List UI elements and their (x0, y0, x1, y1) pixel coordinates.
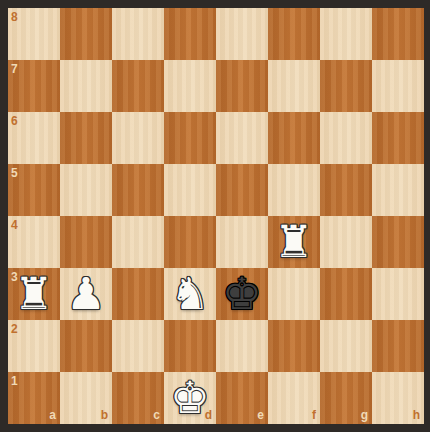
square-e2[interactable] (216, 320, 268, 372)
chess-board: 87654♜3♜♟♞♚21abcd♚efgh (8, 8, 424, 424)
file-label-a: a (49, 409, 56, 421)
square-h4[interactable] (372, 216, 424, 268)
white-pawn-b3[interactable]: ♟ (60, 268, 112, 320)
square-g8[interactable] (320, 8, 372, 60)
file-label-c: c (153, 409, 160, 421)
square-d3[interactable]: ♞ (164, 268, 216, 320)
square-g7[interactable] (320, 60, 372, 112)
rank-label-4: 4 (11, 219, 18, 231)
square-c4[interactable] (112, 216, 164, 268)
square-d2[interactable] (164, 320, 216, 372)
square-e7[interactable] (216, 60, 268, 112)
square-f5[interactable] (268, 164, 320, 216)
square-a6[interactable]: 6 (8, 112, 60, 164)
rank-label-5: 5 (11, 167, 18, 179)
square-c8[interactable] (112, 8, 164, 60)
file-label-e: e (257, 409, 264, 421)
square-a8[interactable]: 8 (8, 8, 60, 60)
square-e4[interactable] (216, 216, 268, 268)
square-a7[interactable]: 7 (8, 60, 60, 112)
rank-label-6: 6 (11, 115, 18, 127)
square-f2[interactable] (268, 320, 320, 372)
square-b4[interactable] (60, 216, 112, 268)
square-g5[interactable] (320, 164, 372, 216)
file-label-b: b (101, 409, 108, 421)
square-g3[interactable] (320, 268, 372, 320)
white-rook-f4[interactable]: ♜ (268, 216, 320, 268)
square-f1[interactable]: f (268, 372, 320, 424)
square-g2[interactable] (320, 320, 372, 372)
square-c7[interactable] (112, 60, 164, 112)
square-b1[interactable]: b (60, 372, 112, 424)
file-label-g: g (361, 409, 368, 421)
square-d8[interactable] (164, 8, 216, 60)
square-d1[interactable]: d♚ (164, 372, 216, 424)
square-b2[interactable] (60, 320, 112, 372)
square-f6[interactable] (268, 112, 320, 164)
square-d4[interactable] (164, 216, 216, 268)
square-d6[interactable] (164, 112, 216, 164)
square-b6[interactable] (60, 112, 112, 164)
square-b3[interactable]: ♟ (60, 268, 112, 320)
square-e8[interactable] (216, 8, 268, 60)
square-a1[interactable]: 1a (8, 372, 60, 424)
square-g6[interactable] (320, 112, 372, 164)
white-knight-d3[interactable]: ♞ (164, 268, 216, 320)
square-a5[interactable]: 5 (8, 164, 60, 216)
white-king-d1[interactable]: ♚ (164, 372, 216, 424)
rank-label-2: 2 (11, 323, 18, 335)
square-h3[interactable] (372, 268, 424, 320)
square-h1[interactable]: h (372, 372, 424, 424)
square-f7[interactable] (268, 60, 320, 112)
square-c3[interactable] (112, 268, 164, 320)
square-b7[interactable] (60, 60, 112, 112)
square-f4[interactable]: ♜ (268, 216, 320, 268)
square-h2[interactable] (372, 320, 424, 372)
square-e1[interactable]: e (216, 372, 268, 424)
square-e3[interactable]: ♚ (216, 268, 268, 320)
square-c6[interactable] (112, 112, 164, 164)
square-h8[interactable] (372, 8, 424, 60)
square-f8[interactable] (268, 8, 320, 60)
square-h5[interactable] (372, 164, 424, 216)
square-a4[interactable]: 4 (8, 216, 60, 268)
square-b5[interactable] (60, 164, 112, 216)
square-a2[interactable]: 2 (8, 320, 60, 372)
file-label-f: f (312, 409, 316, 421)
rank-label-7: 7 (11, 63, 18, 75)
square-g1[interactable]: g (320, 372, 372, 424)
square-d7[interactable] (164, 60, 216, 112)
square-f3[interactable] (268, 268, 320, 320)
square-h7[interactable] (372, 60, 424, 112)
square-h6[interactable] (372, 112, 424, 164)
square-e5[interactable] (216, 164, 268, 216)
rank-label-8: 8 (11, 11, 18, 23)
square-b8[interactable] (60, 8, 112, 60)
rank-label-1: 1 (11, 375, 18, 387)
black-king-e3[interactable]: ♚ (216, 268, 268, 320)
square-c2[interactable] (112, 320, 164, 372)
square-c1[interactable]: c (112, 372, 164, 424)
chess-app-frame: 87654♜3♜♟♞♚21abcd♚efgh (0, 0, 430, 432)
white-rook-a3[interactable]: ♜ (8, 268, 60, 320)
square-g4[interactable] (320, 216, 372, 268)
square-d5[interactable] (164, 164, 216, 216)
file-label-h: h (413, 409, 420, 421)
square-e6[interactable] (216, 112, 268, 164)
square-c5[interactable] (112, 164, 164, 216)
square-a3[interactable]: 3♜ (8, 268, 60, 320)
